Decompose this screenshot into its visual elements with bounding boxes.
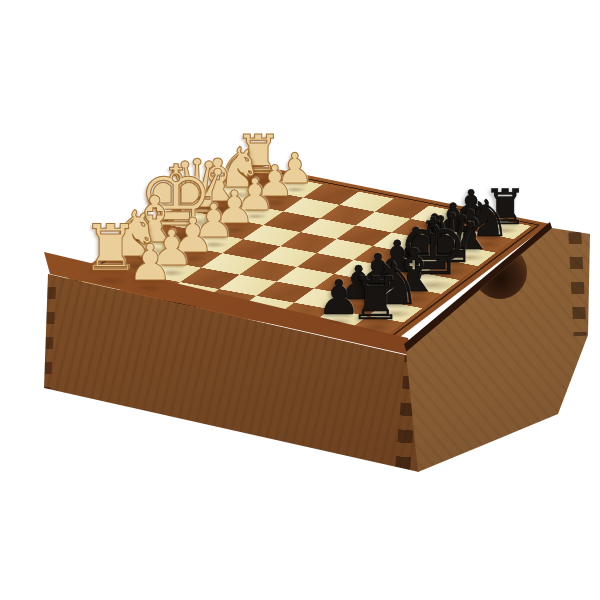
chess-box-photo: ♜♞♝♛♚♝♞♜♟♟♟♟♟♟♟♟♟♟♟♟♟♟♟♟♜♞♝♛♚♝♞♜ (0, 0, 600, 600)
